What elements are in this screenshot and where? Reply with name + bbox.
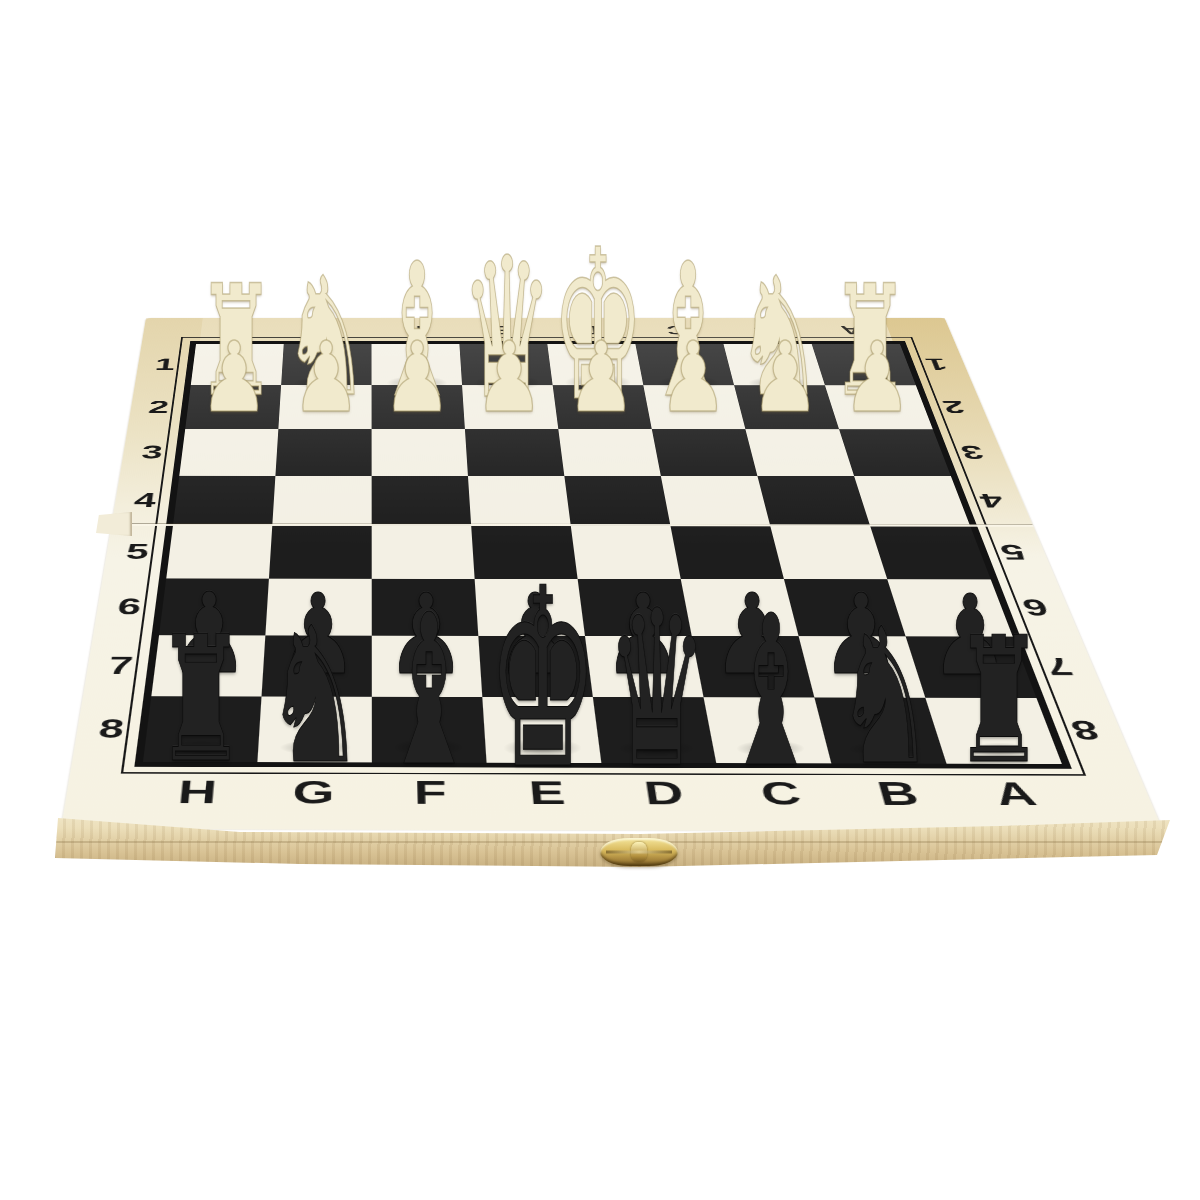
square-a8[interactable] bbox=[925, 698, 1062, 764]
square-g8[interactable] bbox=[257, 697, 372, 763]
square-f5[interactable] bbox=[372, 526, 475, 579]
square-d3[interactable] bbox=[558, 429, 661, 476]
rank-label-left-1: 1 bbox=[154, 356, 176, 373]
rank-label-left-3: 3 bbox=[140, 443, 164, 462]
square-g1[interactable] bbox=[281, 344, 371, 385]
square-g7[interactable] bbox=[262, 635, 372, 696]
rank-label-left-6: 6 bbox=[116, 595, 143, 618]
square-e7[interactable] bbox=[478, 636, 593, 697]
square-d8[interactable] bbox=[593, 697, 716, 763]
square-c7[interactable] bbox=[692, 636, 815, 697]
square-f3[interactable] bbox=[372, 429, 468, 476]
square-h7[interactable] bbox=[151, 635, 265, 696]
square-f2[interactable] bbox=[372, 385, 465, 429]
square-e5[interactable] bbox=[471, 526, 577, 579]
square-e1[interactable] bbox=[459, 344, 552, 385]
square-h2[interactable] bbox=[185, 385, 281, 429]
square-h4[interactable] bbox=[173, 476, 275, 526]
square-c4[interactable] bbox=[661, 476, 770, 526]
square-c8[interactable] bbox=[704, 697, 832, 763]
square-f7[interactable] bbox=[372, 636, 483, 697]
square-a1[interactable] bbox=[812, 344, 916, 385]
file-label-far-d: D bbox=[579, 324, 600, 336]
square-b2[interactable] bbox=[734, 385, 839, 429]
file-label-bottom-g: G bbox=[292, 776, 335, 809]
file-label-far-e: E bbox=[493, 324, 512, 336]
square-d7[interactable] bbox=[585, 636, 704, 697]
square-g4[interactable] bbox=[272, 476, 371, 526]
rank-label-left-8: 8 bbox=[97, 715, 126, 741]
file-label-far-c: C bbox=[666, 324, 688, 336]
square-g6[interactable] bbox=[265, 579, 371, 636]
square-b8[interactable] bbox=[814, 697, 946, 763]
square-h6[interactable] bbox=[159, 578, 269, 635]
square-d1[interactable] bbox=[547, 344, 643, 385]
brass-clasp-icon bbox=[600, 838, 678, 866]
square-a4[interactable] bbox=[854, 476, 970, 526]
square-b6[interactable] bbox=[784, 579, 906, 636]
rank-label-left-4: 4 bbox=[133, 490, 158, 510]
file-label-far-g: G bbox=[318, 324, 339, 336]
file-label-bottom-c: C bbox=[758, 777, 804, 810]
square-d4[interactable] bbox=[564, 476, 670, 526]
chess-set-photo: HGFEDCBAHGFEDCBA1234567812345678 ♜♞♝♚♛♝♞… bbox=[0, 0, 1200, 1200]
square-b1[interactable] bbox=[723, 344, 824, 385]
square-h1[interactable] bbox=[191, 344, 284, 385]
file-label-far-a: A bbox=[839, 324, 862, 336]
square-h5[interactable] bbox=[166, 525, 272, 578]
square-e2[interactable] bbox=[462, 385, 558, 429]
square-g2[interactable] bbox=[278, 385, 371, 429]
square-c2[interactable] bbox=[643, 385, 745, 429]
square-e8[interactable] bbox=[482, 697, 601, 763]
rank-label-left-7: 7 bbox=[107, 653, 135, 677]
square-a5[interactable] bbox=[870, 526, 991, 579]
square-f4[interactable] bbox=[372, 476, 472, 526]
file-label-far-h: H bbox=[231, 324, 251, 336]
square-c5[interactable] bbox=[670, 526, 783, 579]
square-b4[interactable] bbox=[757, 476, 870, 526]
square-e4[interactable] bbox=[468, 476, 571, 526]
file-label-bottom-e: E bbox=[528, 777, 567, 810]
square-f1[interactable] bbox=[372, 344, 463, 385]
rank-label-left-5: 5 bbox=[125, 541, 151, 562]
file-label-far-f: F bbox=[407, 324, 423, 336]
file-label-far-b: B bbox=[752, 324, 774, 336]
file-label-bottom-h: H bbox=[176, 776, 218, 808]
square-b3[interactable] bbox=[745, 429, 854, 476]
square-a6[interactable] bbox=[887, 579, 1012, 636]
square-b7[interactable] bbox=[799, 636, 926, 697]
square-c6[interactable] bbox=[681, 579, 799, 636]
file-label-bottom-d: D bbox=[642, 777, 686, 810]
square-b5[interactable] bbox=[770, 526, 887, 579]
hinge-tab bbox=[96, 512, 132, 536]
square-a3[interactable] bbox=[839, 429, 951, 476]
square-e6[interactable] bbox=[475, 579, 585, 636]
squares-grid bbox=[143, 344, 1062, 764]
square-h3[interactable] bbox=[179, 429, 278, 476]
square-c1[interactable] bbox=[635, 344, 734, 385]
square-d6[interactable] bbox=[578, 579, 692, 636]
square-f8[interactable] bbox=[372, 697, 487, 763]
square-e3[interactable] bbox=[465, 429, 564, 476]
rank-label-left-2: 2 bbox=[147, 398, 170, 416]
square-f6[interactable] bbox=[372, 579, 479, 636]
square-h8[interactable] bbox=[143, 696, 262, 762]
square-g5[interactable] bbox=[269, 525, 372, 578]
square-d2[interactable] bbox=[553, 385, 652, 429]
chess-board: HGFEDCBAHGFEDCBA1234567812345678 bbox=[61, 318, 1163, 832]
square-g3[interactable] bbox=[275, 429, 371, 476]
square-c3[interactable] bbox=[652, 429, 758, 476]
square-d5[interactable] bbox=[571, 526, 681, 579]
square-a7[interactable] bbox=[906, 636, 1037, 697]
file-label-bottom-f: F bbox=[413, 776, 447, 809]
square-a2[interactable] bbox=[825, 385, 933, 429]
